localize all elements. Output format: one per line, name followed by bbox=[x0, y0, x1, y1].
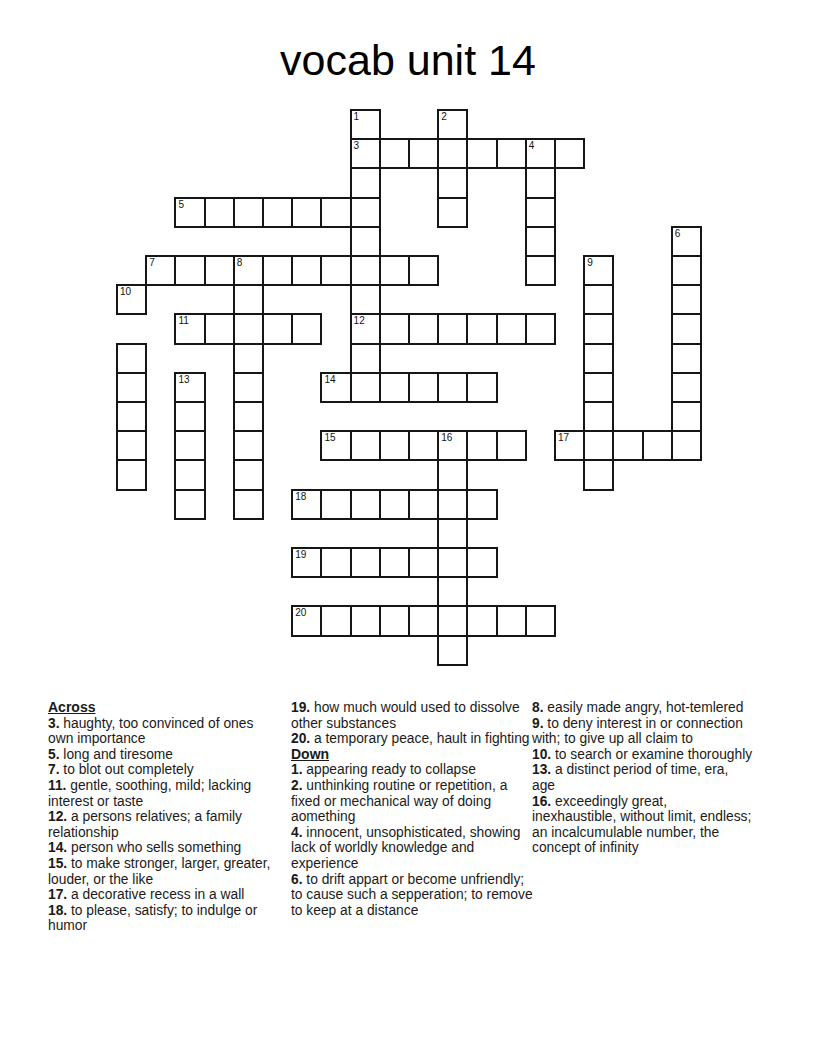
grid-cell[interactable] bbox=[671, 343, 702, 374]
cell-number: 4 bbox=[529, 141, 535, 151]
grid-cell[interactable] bbox=[525, 313, 556, 344]
clue-number-label: 10. bbox=[532, 747, 551, 762]
grid-cell[interactable] bbox=[583, 284, 614, 315]
grid-cell[interactable] bbox=[437, 167, 468, 198]
page-title: vocab unit 14 bbox=[0, 36, 816, 85]
grid-cell[interactable] bbox=[408, 372, 439, 403]
grid-cell[interactable] bbox=[496, 138, 527, 169]
grid-cell[interactable] bbox=[350, 167, 381, 198]
grid-cell[interactable] bbox=[612, 430, 643, 461]
grid-cell[interactable] bbox=[525, 226, 556, 257]
grid-cell[interactable] bbox=[174, 255, 205, 286]
grid-cell[interactable] bbox=[583, 459, 614, 490]
grid-cell[interactable] bbox=[496, 430, 527, 461]
grid-cell[interactable] bbox=[116, 459, 147, 490]
cell-number: 1 bbox=[354, 112, 360, 122]
grid-cell[interactable] bbox=[116, 401, 147, 432]
clue-number-label: 13. bbox=[532, 762, 551, 777]
clue-number-label: 5. bbox=[48, 747, 60, 762]
grid-cell[interactable] bbox=[233, 313, 264, 344]
grid-cell[interactable] bbox=[350, 605, 381, 636]
grid-cell[interactable] bbox=[466, 605, 497, 636]
grid-cell[interactable] bbox=[291, 255, 322, 286]
cell-number: 14 bbox=[324, 375, 335, 385]
cell-number: 20 bbox=[295, 608, 306, 618]
grid-cell[interactable] bbox=[174, 401, 205, 432]
grid-cell[interactable] bbox=[233, 197, 264, 228]
clue-down-8: 8. easily made angry, hot-temlered bbox=[532, 700, 753, 716]
grid-cell[interactable] bbox=[350, 284, 381, 315]
grid-cell[interactable] bbox=[437, 518, 468, 549]
grid-cell[interactable] bbox=[437, 489, 468, 520]
grid-cell[interactable] bbox=[379, 489, 410, 520]
grid-cell[interactable] bbox=[291, 313, 322, 344]
grid-cell[interactable] bbox=[437, 635, 468, 666]
grid-cell[interactable] bbox=[583, 372, 614, 403]
grid-cell[interactable] bbox=[525, 197, 556, 228]
grid-cell[interactable] bbox=[583, 313, 614, 344]
cell-number: 3 bbox=[354, 141, 360, 151]
clue-number-label: 20. bbox=[291, 731, 310, 746]
grid-cell[interactable] bbox=[350, 255, 381, 286]
grid-cell[interactable] bbox=[379, 313, 410, 344]
grid-cell[interactable] bbox=[204, 255, 235, 286]
clue-number-label: 2. bbox=[291, 778, 303, 793]
grid-cell[interactable] bbox=[671, 284, 702, 315]
clue-number-label: 14. bbox=[48, 840, 67, 855]
clue-number-label: 9. bbox=[532, 716, 544, 731]
clue-across-14: 14. person who sells something bbox=[48, 840, 281, 856]
grid-cell[interactable] bbox=[379, 255, 410, 286]
clue-number-label: 6. bbox=[291, 872, 303, 887]
grid-cell[interactable] bbox=[671, 372, 702, 403]
grid-cell[interactable] bbox=[671, 313, 702, 344]
cell-number: 9 bbox=[587, 258, 593, 268]
grid-cell[interactable] bbox=[466, 372, 497, 403]
grid-cell[interactable] bbox=[437, 459, 468, 490]
grid-cell[interactable] bbox=[408, 489, 439, 520]
clue-number-label: 11. bbox=[48, 778, 66, 793]
grid-cell[interactable] bbox=[116, 372, 147, 403]
grid-cell[interactable] bbox=[262, 313, 293, 344]
grid-cell[interactable] bbox=[291, 197, 322, 228]
clues-column-3: 8. easily made angry, hot-temlered9. to … bbox=[532, 700, 753, 856]
clue-down-4: 4. innocent, unsophisticated, showing la… bbox=[291, 825, 534, 872]
grid-cell[interactable] bbox=[262, 255, 293, 286]
grid-cell[interactable] bbox=[437, 547, 468, 578]
grid-cell[interactable] bbox=[233, 343, 264, 374]
grid-cell[interactable] bbox=[496, 313, 527, 344]
grid-cell[interactable] bbox=[379, 430, 410, 461]
clue-across-15: 15. to make stronger, larger, greater, l… bbox=[48, 856, 281, 887]
clue-across-20: 20. a temporary peace, hault in fighting bbox=[291, 731, 534, 747]
grid-cell[interactable] bbox=[379, 605, 410, 636]
clue-across-17: 17. a decorative recess in a wall bbox=[48, 887, 281, 903]
clue-down-16: 16. exceedingly great, inexhaustible, wi… bbox=[532, 794, 753, 856]
grid-cell[interactable] bbox=[408, 605, 439, 636]
grid-cell[interactable] bbox=[554, 138, 585, 169]
grid-cell[interactable] bbox=[437, 372, 468, 403]
clue-number-label: 7. bbox=[48, 762, 60, 777]
grid-cell[interactable] bbox=[466, 489, 497, 520]
grid-cell[interactable] bbox=[408, 547, 439, 578]
cell-number: 5 bbox=[178, 200, 184, 210]
grid-cell[interactable] bbox=[320, 547, 351, 578]
grid-cell[interactable] bbox=[233, 489, 264, 520]
clue-down-9: 9. to deny interest in or connection wit… bbox=[532, 716, 753, 747]
grid-cell[interactable] bbox=[320, 197, 351, 228]
grid-cell[interactable] bbox=[466, 430, 497, 461]
cell-number: 10 bbox=[120, 287, 131, 297]
grid-cell[interactable] bbox=[408, 255, 439, 286]
grid-cell[interactable] bbox=[671, 430, 702, 461]
clue-down-13: 13. a distinct period of time, era, age bbox=[532, 762, 753, 793]
clue-down-10: 10. to search or examine thoroughly bbox=[532, 747, 753, 763]
clue-number-label: 19. bbox=[291, 700, 310, 715]
down-header: Down bbox=[291, 747, 534, 763]
clue-across-18: 18. to please, satisfy; to indulge or hu… bbox=[48, 903, 281, 934]
clues-column-2: 19. how much would used to dissolve othe… bbox=[291, 700, 534, 918]
cell-number: 12 bbox=[354, 316, 365, 326]
grid-cell[interactable] bbox=[379, 547, 410, 578]
clue-number-label: 1. bbox=[291, 762, 303, 777]
grid-cell[interactable] bbox=[233, 372, 264, 403]
grid-cell[interactable] bbox=[320, 255, 351, 286]
clue-number-label: 16. bbox=[532, 794, 551, 809]
across-header: Across bbox=[48, 700, 281, 716]
clue-across-5: 5. long and tiresome bbox=[48, 747, 281, 763]
grid-cell[interactable] bbox=[437, 313, 468, 344]
cell-number: 16 bbox=[441, 433, 452, 443]
clue-across-11: 11. gentle, soothing, mild; lacking inte… bbox=[48, 778, 281, 809]
clue-number-label: 4. bbox=[291, 825, 303, 840]
grid-cell[interactable] bbox=[174, 430, 205, 461]
clue-number-label: 12. bbox=[48, 809, 67, 824]
grid-cell[interactable] bbox=[525, 255, 556, 286]
grid-cell[interactable] bbox=[437, 576, 468, 607]
clue-down-2: 2. unthinking routine or repetition, a f… bbox=[291, 778, 534, 825]
grid-cell[interactable] bbox=[350, 343, 381, 374]
grid-cell[interactable] bbox=[525, 605, 556, 636]
cell-number: 13 bbox=[178, 375, 189, 385]
cell-number: 17 bbox=[558, 433, 569, 443]
grid-cell[interactable] bbox=[437, 605, 468, 636]
grid-cell[interactable] bbox=[466, 313, 497, 344]
grid-cell[interactable] bbox=[262, 197, 293, 228]
grid-cell[interactable] bbox=[350, 226, 381, 257]
grid-cell[interactable] bbox=[437, 138, 468, 169]
grid-cell[interactable] bbox=[583, 343, 614, 374]
clue-across-12: 12. a persons relatives; a family relati… bbox=[48, 809, 281, 840]
grid-cell[interactable] bbox=[408, 430, 439, 461]
clue-across-3: 3. haughty, too convinced of ones own im… bbox=[48, 716, 281, 747]
clue-number-label: 8. bbox=[532, 700, 544, 715]
clue-across-19: 19. how much would used to dissolve othe… bbox=[291, 700, 534, 731]
clue-number-label: 18. bbox=[48, 903, 67, 918]
grid-cell[interactable] bbox=[671, 401, 702, 432]
clues-column-1: Across3. haughty, too convinced of ones … bbox=[48, 700, 281, 934]
cell-number: 19 bbox=[295, 550, 306, 560]
clue-number-label: 17. bbox=[48, 887, 67, 902]
crossword-grid: 1234567891011121314151617181920 bbox=[116, 109, 706, 669]
grid-cell[interactable] bbox=[350, 547, 381, 578]
clue-down-1: 1. appearing ready to collapse bbox=[291, 762, 534, 778]
grid-cell[interactable] bbox=[583, 430, 614, 461]
grid-cell[interactable] bbox=[379, 372, 410, 403]
grid-cell[interactable] bbox=[408, 138, 439, 169]
grid-cell[interactable] bbox=[233, 430, 264, 461]
cell-number: 11 bbox=[178, 316, 188, 326]
grid-cell[interactable] bbox=[320, 489, 351, 520]
cell-number: 2 bbox=[441, 112, 447, 122]
clue-number-label: 3. bbox=[48, 716, 60, 731]
clue-number-label: 15. bbox=[48, 856, 67, 871]
grid-cell[interactable] bbox=[437, 197, 468, 228]
grid-cell[interactable] bbox=[379, 138, 410, 169]
clue-down-6: 6. to drift appart or become unfriendly;… bbox=[291, 872, 534, 919]
cell-number: 8 bbox=[237, 258, 243, 268]
grid-cell[interactable] bbox=[350, 372, 381, 403]
grid-cell[interactable] bbox=[671, 255, 702, 286]
grid-cell[interactable] bbox=[233, 459, 264, 490]
grid-cell[interactable] bbox=[116, 430, 147, 461]
grid-cell[interactable] bbox=[408, 313, 439, 344]
grid-cell[interactable] bbox=[583, 401, 614, 432]
worksheet-page: vocab unit 14 12345678910111213141516171… bbox=[0, 0, 816, 1056]
cell-number: 15 bbox=[324, 433, 335, 443]
grid-cell[interactable] bbox=[320, 605, 351, 636]
grid-cell[interactable] bbox=[642, 430, 673, 461]
grid-cell[interactable] bbox=[204, 313, 235, 344]
grid-cell[interactable] bbox=[233, 284, 264, 315]
grid-cell[interactable] bbox=[233, 401, 264, 432]
cell-number: 7 bbox=[149, 258, 155, 268]
grid-cell[interactable] bbox=[204, 197, 235, 228]
grid-cell[interactable] bbox=[174, 459, 205, 490]
grid-cell[interactable] bbox=[350, 489, 381, 520]
grid-cell[interactable] bbox=[466, 547, 497, 578]
grid-cell[interactable] bbox=[116, 343, 147, 374]
grid-cell[interactable] bbox=[350, 430, 381, 461]
grid-cell[interactable] bbox=[525, 167, 556, 198]
grid-cell[interactable] bbox=[350, 197, 381, 228]
grid-cell[interactable] bbox=[174, 489, 205, 520]
cell-number: 18 bbox=[295, 492, 306, 502]
grid-cell[interactable] bbox=[496, 605, 527, 636]
clue-across-7: 7. to blot out completely bbox=[48, 762, 281, 778]
cell-number: 6 bbox=[675, 229, 681, 239]
grid-cell[interactable] bbox=[466, 138, 497, 169]
